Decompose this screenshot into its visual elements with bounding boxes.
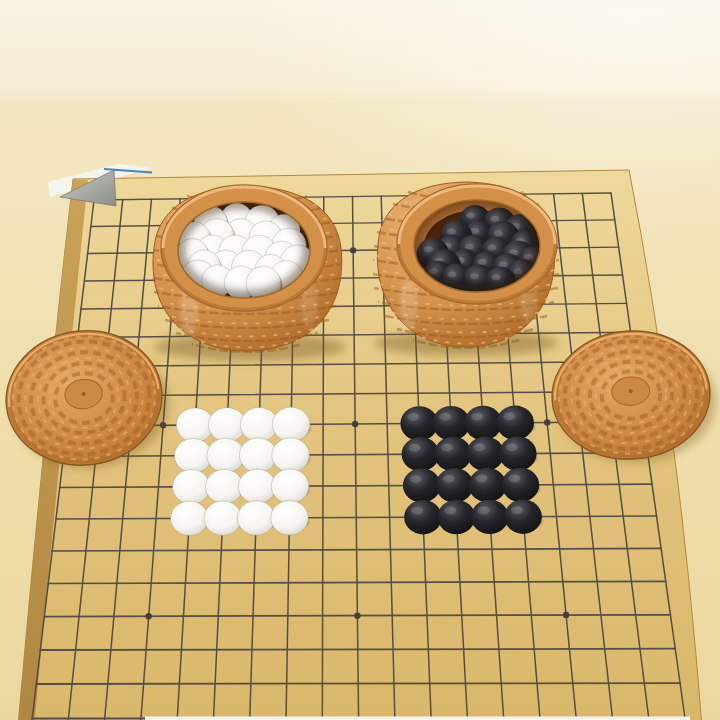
stone-highlight [471,413,483,421]
stone-highlight [487,245,496,251]
product-photo-scene [0,0,720,720]
black-stone [496,406,534,440]
stone-highlight [503,412,515,420]
stone-highlight [508,474,520,482]
black-stone [467,437,505,471]
stone-highlight [478,506,490,514]
black-stone [436,468,474,502]
stone-highlight [444,507,456,515]
stone-highlight [408,444,420,452]
stone-highlight [473,443,485,451]
stone-highlight [424,246,433,252]
white-stone [237,501,275,535]
stone-highlight [506,443,518,451]
star-point [563,612,569,618]
stone-highlight [466,212,475,218]
bowl-shine [399,280,417,332]
black-stone-bowl [373,182,559,356]
photo-bottom-edge [145,717,690,720]
stone-highlight [499,261,508,267]
white-stone [171,501,209,535]
stone-highlight [478,259,487,265]
stone-highlight [443,475,455,483]
white-stone [173,470,211,504]
black-stone [469,468,507,502]
black-stone [402,437,440,471]
white-stone [272,407,310,441]
stone-highlight [465,244,474,250]
black-stone [502,468,540,502]
black-stone [400,406,438,440]
black-stone [504,499,542,533]
star-point [354,612,360,618]
stone-highlight [511,506,523,514]
white-stone [271,501,309,535]
star-point [544,419,550,425]
white-stone [238,469,276,503]
black-stone [438,500,476,534]
star-point [352,421,358,427]
black-stone [471,500,509,534]
stone-highlight [410,475,422,483]
black-stone [404,500,442,534]
stone-highlight [492,274,501,280]
stone-highlight [447,272,456,278]
stone-highlight [447,228,456,234]
scene-svg [0,0,720,720]
stone-highlight [494,230,503,236]
stone-highlight [439,413,451,421]
black-stone [464,406,502,440]
stone-highlight [411,507,423,515]
black-stone [403,468,441,502]
stone-highlight [476,475,488,483]
grid-line-horizontal [36,683,680,684]
black-stone [432,406,470,440]
star-point [350,247,356,253]
white-stone [271,469,309,503]
stone-highlight [441,443,453,451]
black-stone [434,437,472,471]
stone-highlight [470,273,479,279]
black-stone [499,436,537,470]
stone-highlight [490,216,499,222]
white-stone [272,438,310,472]
stone-highlight [407,413,419,421]
white-stone [204,501,242,535]
star-point [145,613,151,619]
white-stone [205,469,243,503]
